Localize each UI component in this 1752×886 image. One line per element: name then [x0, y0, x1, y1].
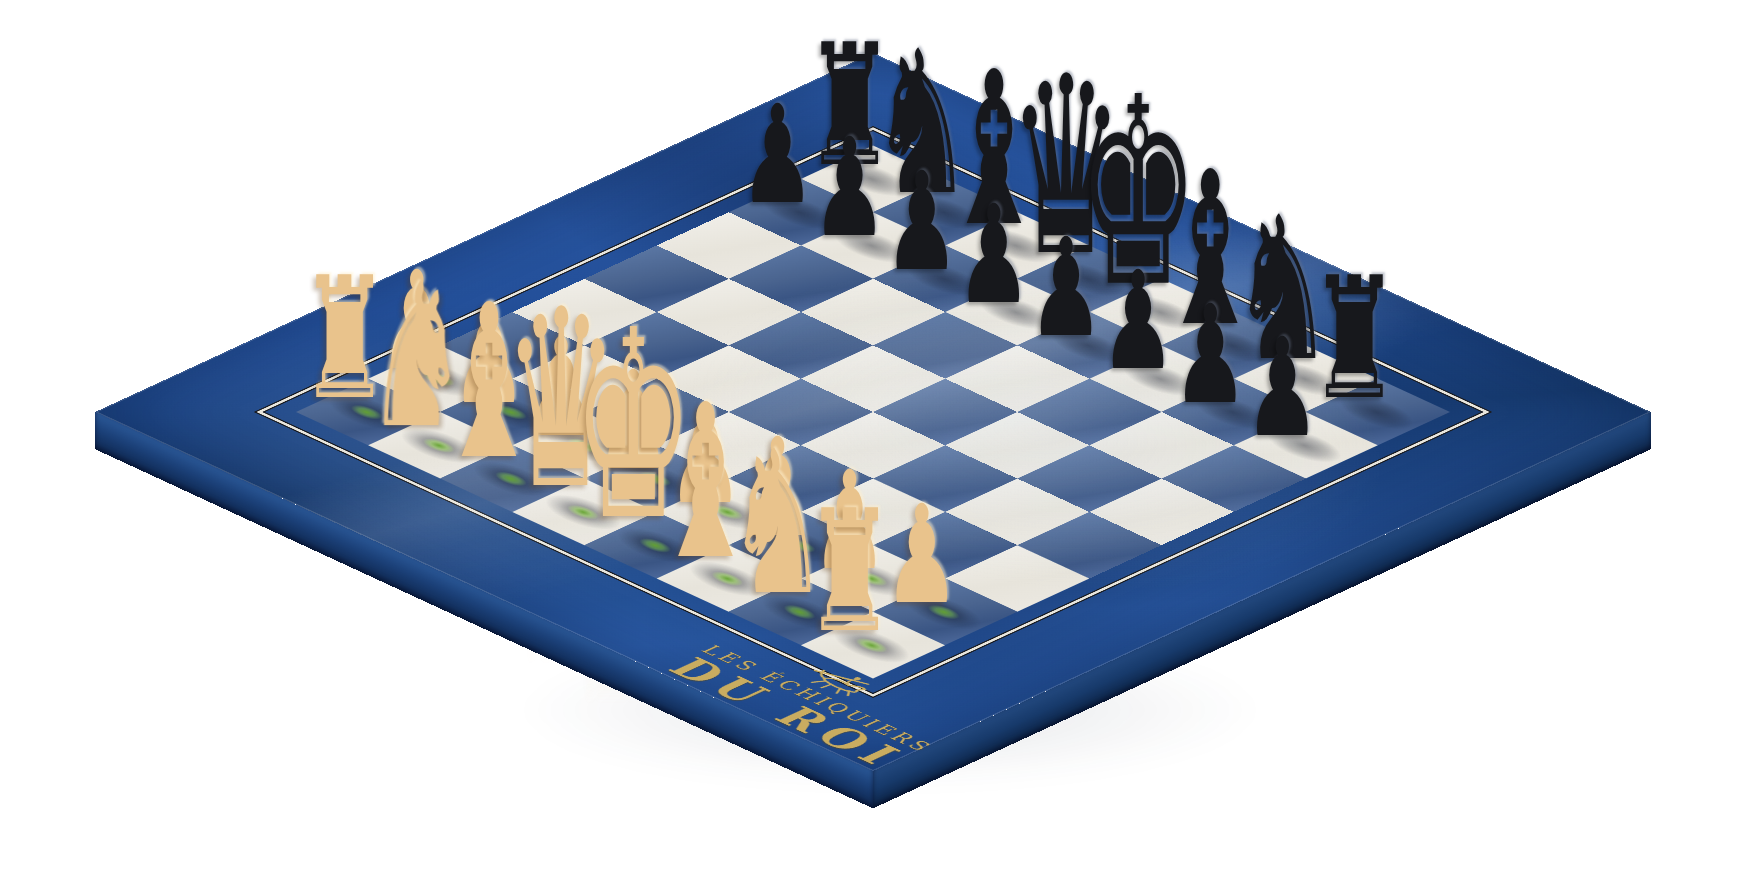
piece-black-rook[interactable]: ♜ — [1309, 255, 1399, 423]
piece-black-pawn[interactable]: ♟ — [740, 87, 816, 223]
piece-black-pawn[interactable]: ♟ — [1028, 220, 1104, 356]
piece-black-pawn[interactable]: ♟ — [1245, 320, 1321, 456]
piece-black-pawn[interactable]: ♟ — [956, 187, 1032, 323]
piece-white-rook[interactable]: ♜ — [804, 488, 894, 656]
piece-black-pawn[interactable]: ♟ — [1172, 287, 1248, 423]
piece-black-pawn[interactable]: ♟ — [1100, 253, 1176, 389]
piece-black-pawn[interactable]: ♟ — [884, 154, 960, 290]
square-d5[interactable] — [801, 345, 945, 412]
piece-white-pawn[interactable]: ♟ — [884, 487, 960, 623]
product-photo-scene: ♜♜♞♞♝♝♛♛♚♚♝♝♞♞♜♜♟♟♟♟♟♟♟♟♟♟♟♟♟♟♟♟♟♟♟♟♟♟♟♟… — [0, 0, 1752, 886]
piece-black-pawn[interactable]: ♟ — [812, 120, 888, 256]
